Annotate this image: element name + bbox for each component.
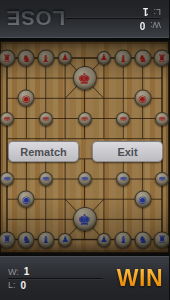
piece-red-elephant[interactable]: ♝ (115, 50, 132, 67)
general-icon: ♚ (78, 71, 91, 86)
chariot-icon: ♜ (3, 53, 12, 63)
wins-label: W: (150, 21, 161, 31)
piece-blue-horse[interactable]: ♞ (134, 231, 151, 248)
piece-red-pawn[interactable]: ⛂ (0, 112, 14, 126)
pawn-icon: ⛂ (120, 115, 127, 123)
pawn-icon: ⛂ (42, 115, 49, 123)
piece-blue-pawn[interactable]: ⛂ (78, 172, 92, 186)
piece-blue-chariot[interactable]: ♜ (154, 231, 170, 248)
piece-blue-pawn[interactable]: ⛂ (155, 172, 169, 186)
piece-blue-advisor[interactable]: ♟ (97, 233, 111, 247)
piece-blue-general[interactable]: ♚ (73, 207, 97, 231)
opponent-losses-row: L: 1 (66, 6, 161, 19)
pawn-icon: ⛂ (4, 175, 11, 183)
horse-icon: ♞ (22, 53, 31, 63)
general-icon: ♚ (78, 212, 91, 227)
advisor-icon: ♟ (62, 54, 69, 62)
player-losses-row: L: 0 (8, 279, 103, 292)
piece-blue-cannon[interactable]: ◉ (134, 191, 151, 208)
player-wins-row: W: 1 (8, 266, 103, 279)
opponent-score-bar: W: 0 L: 1 LOSE (0, 0, 169, 38)
piece-blue-chariot[interactable]: ♜ (0, 231, 16, 248)
pawn-icon: ⛂ (81, 115, 88, 123)
chariot-icon: ♜ (158, 235, 167, 245)
player-result-text: WIN (103, 265, 169, 292)
losses-label: L: (8, 280, 16, 290)
piece-red-chariot[interactable]: ♜ (0, 50, 16, 67)
horse-icon: ♞ (138, 235, 147, 245)
pawn-icon: ⛂ (159, 175, 166, 183)
pawn-icon: ⛂ (42, 175, 49, 183)
piece-red-cannon[interactable]: ◉ (18, 90, 35, 107)
piece-blue-pawn[interactable]: ⛂ (116, 172, 130, 186)
advisor-icon: ♟ (100, 236, 107, 244)
piece-red-horse[interactable]: ♞ (134, 50, 151, 67)
opponent-wins-row: W: 0 (66, 19, 161, 32)
cannon-icon: ◉ (22, 194, 31, 204)
elephant-icon: ♝ (119, 235, 128, 245)
piece-blue-cannon[interactable]: ◉ (18, 191, 35, 208)
piece-red-pawn[interactable]: ⛂ (155, 112, 169, 126)
elephant-icon: ♝ (41, 53, 50, 63)
player-stats: W: 1 L: 0 (0, 266, 103, 292)
piece-red-pawn[interactable]: ⛂ (78, 112, 92, 126)
piece-red-general[interactable]: ♚ (73, 66, 97, 90)
piece-blue-pawn[interactable]: ⛂ (0, 172, 14, 186)
chariot-icon: ♜ (158, 53, 167, 63)
piece-blue-pawn[interactable]: ⛂ (39, 172, 53, 186)
losses-label: L: (153, 7, 161, 17)
app-window: W: 0 L: 1 LOSE ♜♞♝♟♟♝♞♜♚◉◉⛂⛂⛂⛂⛂⛂⛂⛂⛂⛂◉◉♚♜… (0, 0, 169, 300)
chariot-icon: ♜ (3, 235, 12, 245)
wins-value: 1 (24, 266, 30, 277)
piece-red-advisor[interactable]: ♟ (97, 51, 111, 65)
elephant-icon: ♝ (41, 235, 50, 245)
advisor-icon: ♟ (100, 54, 107, 62)
wins-label: W: (8, 267, 19, 277)
piece-blue-elephant[interactable]: ♝ (37, 231, 54, 248)
pawn-icon: ⛂ (81, 175, 88, 183)
wins-value: 0 (140, 20, 146, 31)
piece-red-elephant[interactable]: ♝ (37, 50, 54, 67)
pawn-icon: ⛂ (120, 175, 127, 183)
piece-blue-advisor[interactable]: ♟ (58, 233, 72, 247)
losses-value: 1 (143, 7, 149, 18)
cannon-icon: ◉ (138, 93, 147, 103)
piece-blue-elephant[interactable]: ♝ (115, 231, 132, 248)
piece-blue-horse[interactable]: ♞ (18, 231, 35, 248)
cannon-icon: ◉ (138, 194, 147, 204)
piece-red-advisor[interactable]: ♟ (58, 51, 72, 65)
piece-red-cannon[interactable]: ◉ (134, 90, 151, 107)
horse-icon: ♞ (138, 53, 147, 63)
piece-red-pawn[interactable]: ⛂ (39, 112, 53, 126)
piece-red-chariot[interactable]: ♜ (154, 50, 170, 67)
player-score-bar: W: 1 L: 0 WIN (0, 256, 169, 300)
pawn-icon: ⛂ (159, 115, 166, 123)
rematch-button[interactable]: Rematch (8, 141, 79, 162)
piece-red-pawn[interactable]: ⛂ (116, 112, 130, 126)
piece-red-horse[interactable]: ♞ (18, 50, 35, 67)
losses-value: 0 (21, 280, 27, 291)
horse-icon: ♞ (22, 235, 31, 245)
xiangqi-board: ♜♞♝♟♟♝♞♜♚◉◉⛂⛂⛂⛂⛂⛂⛂⛂⛂⛂◉◉♚♜♞♝♟♟♝♞♜ Rematch… (0, 38, 169, 256)
pawn-icon: ⛂ (4, 115, 11, 123)
advisor-icon: ♟ (62, 236, 69, 244)
cannon-icon: ◉ (22, 93, 31, 103)
opponent-result-text: LOSE (0, 7, 66, 31)
opponent-stats: W: 0 L: 1 (66, 6, 169, 32)
elephant-icon: ♝ (119, 53, 128, 63)
exit-button[interactable]: Exit (92, 141, 163, 162)
